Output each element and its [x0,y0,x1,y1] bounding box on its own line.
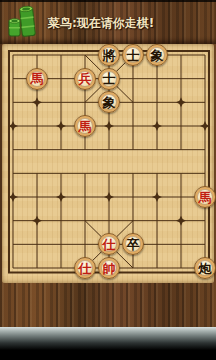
black-advisor[interactable]: 士 [98,68,120,90]
toolbar: ? [0,283,216,327]
app-screen: 菜鸟:现在请你走棋! 將士象馬兵士象馬馬仕卒仕帥炮 [0,0,216,360]
red-general[interactable]: 帥 [98,257,120,279]
red-pawn[interactable]: 兵 [74,68,96,90]
bottom-gradient-strip [0,327,216,360]
black-cannon[interactable]: 炮 [194,257,216,279]
black-elephant[interactable]: 象 [146,44,168,66]
black-elephant[interactable]: 象 [98,91,120,113]
black-general[interactable]: 將 [98,44,120,66]
black-advisor[interactable]: 士 [122,44,144,66]
red-advisor[interactable]: 仕 [98,233,120,255]
black-pawn[interactable]: 卒 [122,233,144,255]
red-horse[interactable]: 馬 [26,68,48,90]
red-advisor[interactable]: 仕 [74,257,96,279]
red-horse[interactable]: 馬 [74,115,96,137]
red-horse[interactable]: 馬 [194,186,216,208]
